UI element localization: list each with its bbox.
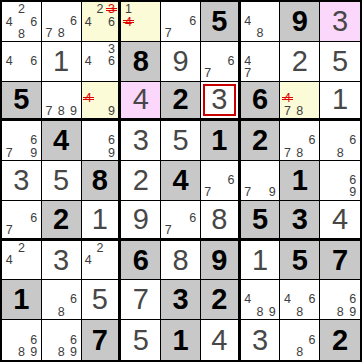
- candidate-6: 6: [30, 134, 37, 147]
- cell-r3c5[interactable]: 2: [161, 82, 201, 122]
- candidate-6: 6: [30, 16, 37, 29]
- candidate-6: 6: [309, 134, 316, 147]
- cell-r7c9[interactable]: 7: [320, 241, 360, 281]
- cell-r4c3[interactable]: 69: [82, 121, 122, 161]
- given-digit: 3: [172, 285, 188, 314]
- candidate-9: 9: [349, 186, 356, 199]
- given-digit: 6: [252, 85, 268, 114]
- candidate-8: 8: [296, 306, 303, 319]
- candidate-9: 9: [269, 186, 276, 199]
- candidate-4: 4: [85, 254, 92, 267]
- eliminated-candidate-4: 4: [284, 92, 291, 105]
- candidate-1: 1: [125, 3, 132, 16]
- given-digit: 2: [53, 205, 69, 234]
- candidate-grid: 79: [242, 162, 279, 199]
- candidate-6: 6: [70, 15, 77, 28]
- cell-r1c5[interactable]: 67: [161, 2, 201, 42]
- candidate-6: 6: [108, 16, 115, 29]
- cell-r6c5[interactable]: 67: [161, 201, 201, 241]
- candidate-6: 6: [189, 15, 196, 28]
- candidate-4: 4: [244, 15, 251, 28]
- cell-r9c3[interactable]: 7: [82, 320, 122, 360]
- solved-digit: 1: [332, 85, 348, 114]
- cell-r1c3[interactable]: 2463: [82, 2, 122, 42]
- candidate-6: 6: [309, 334, 316, 347]
- cell-r6c9[interactable]: 4: [320, 201, 360, 241]
- candidate-6: 6: [227, 174, 234, 187]
- given-digit: 5: [211, 7, 227, 36]
- cell-r7c4[interactable]: 6: [121, 241, 161, 281]
- candidate-grid: 679: [3, 122, 40, 159]
- candidate-grid: 689: [321, 281, 359, 318]
- candidate-8: 8: [257, 27, 264, 40]
- cell-r5c6[interactable]: 67: [201, 161, 241, 201]
- candidate-grid: 468: [281, 281, 318, 318]
- candidate-grid: 2468: [3, 3, 40, 40]
- cell-r3c7[interactable]: 6: [241, 82, 281, 122]
- candidate-6: 6: [30, 55, 37, 68]
- solved-digit: 2: [292, 47, 308, 76]
- cell-r4c9[interactable]: 68: [320, 121, 360, 161]
- solved-digit: 3: [252, 326, 268, 355]
- candidate-grid: 67: [202, 162, 237, 199]
- cell-r3c8[interactable]: 784: [280, 82, 320, 122]
- given-digit: 8: [133, 47, 149, 76]
- candidate-grid: 67: [162, 3, 199, 40]
- cell-r5c5[interactable]: 4: [161, 161, 201, 201]
- solved-digit: 9: [172, 47, 188, 76]
- given-digit: 8: [92, 166, 108, 195]
- cell-r8c7[interactable]: 489: [241, 280, 281, 320]
- candidate-grid: 48: [242, 3, 279, 40]
- cell-r7c5[interactable]: 8: [161, 241, 201, 281]
- candidate-grid: 784: [281, 83, 318, 118]
- candidate-grid: 94: [83, 83, 118, 118]
- candidate-grid: 678: [43, 3, 80, 40]
- given-digit: 6: [133, 246, 149, 275]
- candidate-9: 9: [269, 306, 276, 319]
- solved-digit: 3: [211, 85, 227, 114]
- given-digit: 5: [252, 205, 268, 234]
- solved-digit: 3: [332, 7, 348, 36]
- candidate-grid: 67: [3, 202, 40, 237]
- candidate-grid: 14: [122, 3, 159, 40]
- cell-r7c7[interactable]: 1: [241, 241, 281, 281]
- solved-digit: 8: [211, 205, 227, 234]
- cell-r2c6[interactable]: 67: [201, 42, 241, 82]
- cell-r1c6[interactable]: 5: [201, 2, 241, 42]
- candidate-4: 4: [6, 55, 13, 68]
- cell-r5c7[interactable]: 79: [241, 161, 281, 201]
- cell-r3c3[interactable]: 94: [82, 82, 122, 122]
- cell-r8c3[interactable]: 5: [82, 280, 122, 320]
- cell-r4c8[interactable]: 678: [280, 121, 320, 161]
- candidate-grid: 789: [43, 83, 80, 118]
- solved-digit: 8: [172, 246, 188, 275]
- candidate-9: 9: [349, 306, 356, 319]
- cell-r8c4[interactable]: 7: [121, 280, 161, 320]
- cell-r9c2[interactable]: 689: [42, 320, 82, 360]
- cell-r9c5[interactable]: 1: [161, 320, 201, 360]
- solved-digit: 7: [133, 285, 149, 314]
- given-digit: 5: [13, 85, 29, 114]
- solved-digit: 2: [133, 166, 149, 195]
- candidate-grid: 346: [83, 43, 118, 80]
- solved-digit: 3: [133, 126, 149, 155]
- given-digit: 1: [172, 326, 188, 355]
- cell-r4c2[interactable]: 4: [42, 121, 82, 161]
- given-digit: 7: [92, 326, 108, 355]
- candidate-8: 8: [337, 147, 344, 160]
- candidate-7: 7: [45, 105, 52, 118]
- candidate-6: 6: [108, 55, 115, 68]
- solved-digit: 1: [53, 47, 69, 76]
- candidate-4: 4: [244, 293, 251, 306]
- candidate-6: 6: [108, 134, 115, 147]
- candidate-8: 8: [18, 346, 25, 359]
- candidate-9: 9: [70, 105, 77, 118]
- given-digit: 2: [252, 126, 268, 155]
- candidate-grid: 2463: [83, 3, 118, 40]
- cell-r8c1[interactable]: 1: [2, 280, 42, 320]
- candidate-6: 6: [349, 293, 356, 306]
- candidate-6: 6: [309, 293, 316, 306]
- solved-digit: 5: [332, 47, 348, 76]
- candidate-7: 7: [45, 27, 52, 40]
- given-digit: 9: [292, 7, 308, 36]
- solved-digit: 4: [211, 326, 227, 355]
- cell-r5c4[interactable]: 2: [121, 161, 161, 201]
- candidate-grid: 24: [83, 242, 118, 279]
- cell-r1c9[interactable]: 3: [320, 2, 360, 42]
- given-digit: 1: [211, 126, 227, 155]
- cell-r7c6[interactable]: 9: [201, 241, 241, 281]
- cell-r2c2[interactable]: 1: [42, 42, 82, 82]
- cell-r9c4[interactable]: 5: [121, 320, 161, 360]
- candidate-grid: 47: [242, 43, 279, 80]
- solved-digit: 5: [133, 326, 149, 355]
- candidate-8: 8: [337, 306, 344, 319]
- eliminated-candidate-4: 4: [125, 16, 132, 29]
- cell-r9c7[interactable]: 3: [241, 320, 281, 360]
- cell-r3c6[interactable]: 3: [201, 82, 241, 122]
- cell-r5c3[interactable]: 8: [82, 161, 122, 201]
- given-digit: 7: [332, 246, 348, 275]
- cell-r2c1[interactable]: 46: [2, 42, 42, 82]
- candidate-grid: 68: [43, 281, 80, 318]
- cell-r6c1[interactable]: 67: [2, 201, 42, 241]
- cell-r5c2[interactable]: 5: [42, 161, 82, 201]
- given-digit: 2: [172, 85, 188, 114]
- sudoku-board: 2468678246314675489346134689674725578994…: [0, 0, 362, 362]
- cell-r2c9[interactable]: 5: [320, 42, 360, 82]
- given-digit: 1: [292, 166, 308, 195]
- cell-r6c3[interactable]: 1: [82, 201, 122, 241]
- cell-r6c8[interactable]: 3: [280, 201, 320, 241]
- candidate-7: 7: [6, 147, 13, 160]
- candidate-4: 4: [6, 16, 13, 29]
- cell-r9c1[interactable]: 689: [2, 320, 42, 360]
- candidate-6: 6: [349, 134, 356, 147]
- cell-r8c8[interactable]: 468: [280, 280, 320, 320]
- cell-r2c5[interactable]: 9: [161, 42, 201, 82]
- cell-r6c6[interactable]: 8: [201, 201, 241, 241]
- cell-r9c9[interactable]: 2: [320, 320, 360, 360]
- cell-r5c9[interactable]: 69: [320, 161, 360, 201]
- given-digit: 4: [172, 166, 188, 195]
- eliminated-candidate-3: 3: [108, 3, 115, 16]
- solved-digit: 5: [172, 126, 188, 155]
- cell-r2c4[interactable]: 8: [121, 42, 161, 82]
- candidate-9: 9: [108, 147, 115, 160]
- cell-r1c1[interactable]: 2468: [2, 2, 42, 42]
- candidate-8: 8: [18, 28, 25, 41]
- candidate-grid: 689: [3, 321, 40, 359]
- cell-r8c2[interactable]: 68: [42, 280, 82, 320]
- candidate-8: 8: [58, 105, 65, 118]
- candidate-8: 8: [296, 346, 303, 359]
- eliminated-candidate-4: 4: [85, 92, 92, 105]
- cell-r9c6[interactable]: 4: [201, 320, 241, 360]
- cell-r7c2[interactable]: 3: [42, 241, 82, 281]
- candidate-7: 7: [204, 67, 211, 80]
- cell-r3c4[interactable]: 4: [121, 82, 161, 122]
- candidate-6: 6: [189, 212, 196, 225]
- candidate-8: 8: [58, 346, 65, 359]
- cell-r6c2[interactable]: 2: [42, 201, 82, 241]
- solved-digit: 4: [133, 85, 149, 114]
- solved-digit: 3: [53, 246, 69, 275]
- cell-r2c7[interactable]: 47: [241, 42, 281, 82]
- cell-r7c8[interactable]: 5: [280, 241, 320, 281]
- candidate-8: 8: [296, 105, 303, 118]
- candidate-7: 7: [244, 67, 251, 80]
- cell-r1c8[interactable]: 9: [280, 2, 320, 42]
- cell-r2c8[interactable]: 2: [280, 42, 320, 82]
- solved-digit: 3: [13, 166, 29, 195]
- cell-r8c9[interactable]: 689: [320, 280, 360, 320]
- candidate-6: 6: [227, 55, 234, 68]
- candidate-grid: 678: [281, 122, 318, 159]
- cell-r3c9[interactable]: 1: [320, 82, 360, 122]
- cell-r6c4[interactable]: 9: [121, 201, 161, 241]
- cell-r2c3[interactable]: 346: [82, 42, 122, 82]
- given-digit: 3: [292, 205, 308, 234]
- candidate-9: 9: [108, 105, 115, 118]
- candidate-6: 6: [70, 293, 77, 306]
- cell-r4c5[interactable]: 5: [161, 121, 201, 161]
- given-digit: 9: [211, 246, 227, 275]
- candidate-grid: 24: [3, 242, 40, 279]
- candidate-6: 6: [30, 212, 37, 225]
- candidate-8: 8: [58, 306, 65, 319]
- solved-digit: 1: [92, 205, 108, 234]
- given-digit: 5: [292, 246, 308, 275]
- candidate-2: 2: [18, 242, 25, 255]
- candidate-2: 2: [96, 242, 103, 255]
- candidate-9: 9: [30, 147, 37, 160]
- solved-digit: 4: [332, 205, 348, 234]
- solved-digit: 5: [53, 166, 69, 195]
- candidate-9: 9: [70, 346, 77, 359]
- candidate-7: 7: [284, 147, 291, 160]
- candidate-grid: 69: [321, 162, 359, 199]
- candidate-2: 2: [18, 3, 25, 16]
- cell-r6c7[interactable]: 5: [241, 201, 281, 241]
- cell-r4c7[interactable]: 2: [241, 121, 281, 161]
- cell-r8c5[interactable]: 3: [161, 280, 201, 320]
- candidate-7: 7: [165, 224, 172, 237]
- candidate-8: 8: [257, 306, 264, 319]
- candidate-grid: 69: [83, 122, 118, 159]
- candidate-grid: 489: [242, 281, 279, 318]
- candidate-grid: 67: [202, 43, 237, 80]
- given-digit: 4: [53, 126, 69, 155]
- given-digit: 1: [13, 285, 29, 314]
- cell-r7c1[interactable]: 24: [2, 241, 42, 281]
- solved-digit: 1: [252, 246, 268, 275]
- cell-r3c2[interactable]: 789: [42, 82, 82, 122]
- candidate-7: 7: [6, 224, 13, 237]
- cell-r4c6[interactable]: 1: [201, 121, 241, 161]
- candidate-4: 4: [284, 293, 291, 306]
- candidate-4: 4: [85, 16, 92, 29]
- cell-r1c2[interactable]: 678: [42, 2, 82, 42]
- candidate-2: 2: [96, 3, 103, 16]
- solved-digit: 9: [133, 205, 149, 234]
- candidate-7: 7: [244, 186, 251, 199]
- cell-r3c1[interactable]: 5: [2, 82, 42, 122]
- candidate-7: 7: [165, 27, 172, 40]
- cell-r7c3[interactable]: 24: [82, 241, 122, 281]
- candidate-7: 7: [284, 105, 291, 118]
- candidate-grid: 46: [3, 43, 40, 80]
- cell-r4c4[interactable]: 3: [121, 121, 161, 161]
- cell-r4c1[interactable]: 679: [2, 121, 42, 161]
- candidate-9: 9: [30, 346, 37, 359]
- candidate-8: 8: [296, 147, 303, 160]
- given-digit: 2: [332, 326, 348, 355]
- cell-r9c8[interactable]: 68: [280, 320, 320, 360]
- cell-r1c7[interactable]: 48: [241, 2, 281, 42]
- cell-r8c6[interactable]: 2: [201, 280, 241, 320]
- cell-r1c4[interactable]: 14: [121, 2, 161, 42]
- candidate-grid: 68: [281, 321, 318, 359]
- given-digit: 2: [211, 285, 227, 314]
- candidate-grid: 68: [321, 122, 359, 159]
- candidate-grid: 67: [162, 202, 199, 237]
- candidate-8: 8: [58, 27, 65, 40]
- cell-r5c1[interactable]: 3: [2, 161, 42, 201]
- cell-r5c8[interactable]: 1: [280, 161, 320, 201]
- candidate-4: 4: [85, 55, 92, 68]
- candidate-grid: 689: [43, 321, 80, 359]
- candidate-4: 4: [6, 254, 13, 267]
- solved-digit: 5: [92, 285, 108, 314]
- candidate-7: 7: [204, 186, 211, 199]
